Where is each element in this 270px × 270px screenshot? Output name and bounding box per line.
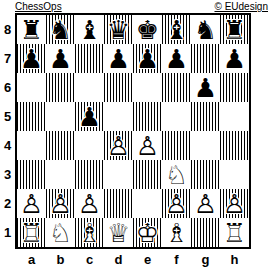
piece-outline: ♙ — [133, 131, 162, 160]
square-b5[interactable] — [46, 102, 75, 131]
square-h6[interactable] — [220, 73, 249, 102]
square-f1[interactable]: ♝♗ — [162, 218, 191, 247]
square-a3[interactable] — [17, 160, 46, 189]
piece-black-pawn: ♟ — [133, 44, 162, 73]
square-c4[interactable] — [75, 131, 104, 160]
rank-label-8: 8 — [1, 15, 14, 44]
square-e1[interactable]: ♚♔ — [133, 218, 162, 247]
piece-black-pawn: ♟ — [104, 44, 133, 73]
piece-black-rook: ♜ — [220, 15, 249, 44]
app-title: ChessOps — [15, 1, 62, 12]
file-label-f: f — [162, 250, 191, 268]
piece-outline: ♗ — [75, 218, 104, 247]
piece-outline: ♙ — [46, 189, 75, 218]
square-g3[interactable] — [191, 160, 220, 189]
piece-outline: ♘ — [162, 160, 191, 189]
square-e2[interactable] — [133, 189, 162, 218]
square-e7[interactable]: ♟ — [133, 44, 162, 73]
file-label-g: g — [191, 250, 220, 268]
square-b1[interactable]: ♞♘ — [46, 218, 75, 247]
square-a6[interactable] — [17, 73, 46, 102]
square-b3[interactable] — [46, 160, 75, 189]
square-a1[interactable]: ♜♖ — [17, 218, 46, 247]
square-c6[interactable] — [75, 73, 104, 102]
square-e4[interactable]: ♟♙ — [133, 131, 162, 160]
square-c5[interactable]: ♟ — [75, 102, 104, 131]
piece-black-pawn: ♟ — [46, 44, 75, 73]
piece-outline: ♖ — [17, 218, 46, 247]
square-g1[interactable] — [191, 218, 220, 247]
piece-outline: ♗ — [162, 218, 191, 247]
file-label-c: c — [75, 250, 104, 268]
piece-black-pawn: ♟ — [162, 44, 191, 73]
square-f8[interactable]: ♝ — [162, 15, 191, 44]
piece-black-queen: ♛ — [104, 15, 133, 44]
piece-white-pawn: ♟♙ — [75, 189, 104, 218]
piece-outline: ♘ — [46, 218, 75, 247]
piece-black-knight: ♞ — [46, 15, 75, 44]
piece-black-rook: ♜ — [17, 15, 46, 44]
square-h3[interactable] — [220, 160, 249, 189]
piece-black-pawn: ♟ — [220, 44, 249, 73]
file-label-b: b — [46, 250, 75, 268]
piece-black-bishop: ♝ — [162, 15, 191, 44]
square-a2[interactable]: ♟♙ — [17, 189, 46, 218]
piece-outline: ♙ — [104, 131, 133, 160]
file-labels: abcdefgh — [17, 250, 249, 268]
piece-white-pawn: ♟♙ — [46, 189, 75, 218]
piece-outline: ♙ — [75, 189, 104, 218]
square-a8[interactable]: ♜ — [17, 15, 46, 44]
chess-board: ♜♞♝♛♚♝♞♜♟♟♟♟♟♟♟♟♟♙♟♙♞♘♟♙♟♙♟♙♟♙♟♙♟♙♜♖♞♘♝♗… — [15, 13, 251, 249]
square-b6[interactable] — [46, 73, 75, 102]
square-b4[interactable] — [46, 131, 75, 160]
square-g4[interactable] — [191, 131, 220, 160]
square-c1[interactable]: ♝♗ — [75, 218, 104, 247]
piece-black-pawn: ♟ — [191, 73, 220, 102]
rank-label-5: 5 — [1, 102, 14, 131]
piece-white-rook: ♜♖ — [17, 218, 46, 247]
square-f3[interactable]: ♞♘ — [162, 160, 191, 189]
square-g8[interactable]: ♞ — [191, 15, 220, 44]
file-label-e: e — [133, 250, 162, 268]
piece-outline: ♖ — [220, 218, 249, 247]
rank-label-4: 4 — [1, 131, 14, 160]
rank-label-2: 2 — [1, 189, 14, 218]
square-f7[interactable]: ♟ — [162, 44, 191, 73]
piece-outline: ♔ — [133, 218, 162, 247]
rank-label-1: 1 — [1, 218, 14, 247]
square-c7[interactable] — [75, 44, 104, 73]
square-d4[interactable]: ♟♙ — [104, 131, 133, 160]
square-d6[interactable] — [104, 73, 133, 102]
square-b8[interactable]: ♞ — [46, 15, 75, 44]
square-e5[interactable] — [133, 102, 162, 131]
square-d3[interactable] — [104, 160, 133, 189]
file-label-h: h — [220, 250, 249, 268]
rank-label-6: 6 — [1, 73, 14, 102]
square-a7[interactable]: ♟ — [17, 44, 46, 73]
square-c8[interactable]: ♝ — [75, 15, 104, 44]
piece-white-king: ♚♔ — [133, 218, 162, 247]
square-h8[interactable]: ♜ — [220, 15, 249, 44]
square-a5[interactable] — [17, 102, 46, 131]
square-g2[interactable]: ♟♙ — [191, 189, 220, 218]
square-c2[interactable]: ♟♙ — [75, 189, 104, 218]
rank-label-7: 7 — [1, 44, 14, 73]
square-c3[interactable] — [75, 160, 104, 189]
piece-black-knight: ♞ — [191, 15, 220, 44]
square-e8[interactable]: ♚ — [133, 15, 162, 44]
piece-outline: ♙ — [220, 189, 249, 218]
square-h2[interactable]: ♟♙ — [220, 189, 249, 218]
piece-white-pawn: ♟♙ — [162, 189, 191, 218]
piece-outline: ♕ — [104, 218, 133, 247]
credit-text: © EUdesign — [214, 1, 268, 12]
square-e6[interactable] — [133, 73, 162, 102]
piece-white-pawn: ♟♙ — [133, 131, 162, 160]
piece-white-knight: ♞♘ — [162, 160, 191, 189]
square-d7[interactable]: ♟ — [104, 44, 133, 73]
square-h5[interactable] — [220, 102, 249, 131]
piece-outline: ♙ — [17, 189, 46, 218]
square-g6[interactable]: ♟ — [191, 73, 220, 102]
piece-white-pawn: ♟♙ — [220, 189, 249, 218]
square-g5[interactable] — [191, 102, 220, 131]
file-label-a: a — [17, 250, 46, 268]
piece-outline: ♙ — [191, 189, 220, 218]
square-b2[interactable]: ♟♙ — [46, 189, 75, 218]
square-h7[interactable]: ♟ — [220, 44, 249, 73]
piece-white-pawn: ♟♙ — [191, 189, 220, 218]
piece-black-pawn: ♟ — [17, 44, 46, 73]
square-a4[interactable] — [17, 131, 46, 160]
rank-label-3: 3 — [1, 160, 14, 189]
square-b7[interactable]: ♟ — [46, 44, 75, 73]
piece-white-pawn: ♟♙ — [104, 131, 133, 160]
square-d5[interactable] — [104, 102, 133, 131]
piece-white-knight: ♞♘ — [46, 218, 75, 247]
piece-white-bishop: ♝♗ — [75, 218, 104, 247]
square-e3[interactable] — [133, 160, 162, 189]
square-d2[interactable] — [104, 189, 133, 218]
piece-white-pawn: ♟♙ — [17, 189, 46, 218]
rank-labels: 87654321 — [1, 15, 14, 247]
square-d1[interactable]: ♛♕ — [104, 218, 133, 247]
square-h4[interactable] — [220, 131, 249, 160]
square-g7[interactable] — [191, 44, 220, 73]
square-f6[interactable] — [162, 73, 191, 102]
piece-outline: ♙ — [162, 189, 191, 218]
piece-black-pawn: ♟ — [75, 102, 104, 131]
square-f5[interactable] — [162, 102, 191, 131]
square-d8[interactable]: ♛ — [104, 15, 133, 44]
piece-black-king: ♚ — [133, 15, 162, 44]
file-label-d: d — [104, 250, 133, 268]
piece-white-rook: ♜♖ — [220, 218, 249, 247]
square-f2[interactable]: ♟♙ — [162, 189, 191, 218]
piece-black-bishop: ♝ — [75, 15, 104, 44]
square-h1[interactable]: ♜♖ — [220, 218, 249, 247]
square-f4[interactable] — [162, 131, 191, 160]
piece-white-queen: ♛♕ — [104, 218, 133, 247]
piece-white-bishop: ♝♗ — [162, 218, 191, 247]
